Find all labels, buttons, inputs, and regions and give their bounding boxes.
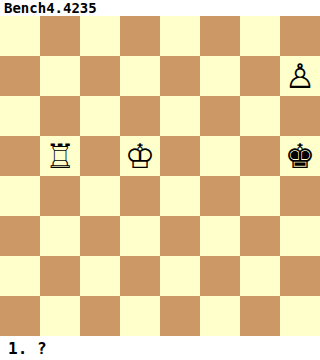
- square-g5[interactable]: [240, 136, 280, 176]
- square-c3[interactable]: [80, 216, 120, 256]
- white-king-piece[interactable]: ♔: [125, 136, 155, 176]
- square-h6[interactable]: [280, 96, 320, 136]
- square-e7[interactable]: [160, 56, 200, 96]
- square-g1[interactable]: [240, 296, 280, 336]
- square-a6[interactable]: [0, 96, 40, 136]
- square-c7[interactable]: [80, 56, 120, 96]
- square-g7[interactable]: [240, 56, 280, 96]
- square-f6[interactable]: [200, 96, 240, 136]
- square-a7[interactable]: [0, 56, 40, 96]
- square-d2[interactable]: [120, 256, 160, 296]
- square-g8[interactable]: [240, 16, 280, 56]
- square-e3[interactable]: [160, 216, 200, 256]
- square-e5[interactable]: [160, 136, 200, 176]
- square-f4[interactable]: [200, 176, 240, 216]
- square-b4[interactable]: [40, 176, 80, 216]
- move-prompt: 1. ?: [0, 336, 320, 360]
- square-c5[interactable]: [80, 136, 120, 176]
- square-a3[interactable]: [0, 216, 40, 256]
- square-c1[interactable]: [80, 296, 120, 336]
- square-e2[interactable]: [160, 256, 200, 296]
- square-f2[interactable]: [200, 256, 240, 296]
- square-d7[interactable]: [120, 56, 160, 96]
- square-a5[interactable]: [0, 136, 40, 176]
- square-c4[interactable]: [80, 176, 120, 216]
- square-b3[interactable]: [40, 216, 80, 256]
- square-c6[interactable]: [80, 96, 120, 136]
- black-king-piece[interactable]: ♚: [285, 136, 315, 176]
- square-e6[interactable]: [160, 96, 200, 136]
- square-b2[interactable]: [40, 256, 80, 296]
- square-b1[interactable]: [40, 296, 80, 336]
- square-h8[interactable]: [280, 16, 320, 56]
- square-d6[interactable]: [120, 96, 160, 136]
- square-g6[interactable]: [240, 96, 280, 136]
- square-e8[interactable]: [160, 16, 200, 56]
- square-a4[interactable]: [0, 176, 40, 216]
- square-g2[interactable]: [240, 256, 280, 296]
- square-d4[interactable]: [120, 176, 160, 216]
- square-d1[interactable]: [120, 296, 160, 336]
- square-f3[interactable]: [200, 216, 240, 256]
- square-b8[interactable]: [40, 16, 80, 56]
- window-title: Bench4.4235: [0, 0, 320, 16]
- chess-app-window: Bench4.4235 ♙♖♔♚ 1. ?: [0, 0, 320, 360]
- square-a1[interactable]: [0, 296, 40, 336]
- chess-board: ♙♖♔♚: [0, 16, 320, 336]
- square-g3[interactable]: [240, 216, 280, 256]
- square-b6[interactable]: [40, 96, 80, 136]
- square-a2[interactable]: [0, 256, 40, 296]
- square-h2[interactable]: [280, 256, 320, 296]
- square-c2[interactable]: [80, 256, 120, 296]
- square-b5[interactable]: ♖: [40, 136, 80, 176]
- square-f7[interactable]: [200, 56, 240, 96]
- square-d5[interactable]: ♔: [120, 136, 160, 176]
- square-f5[interactable]: [200, 136, 240, 176]
- square-c8[interactable]: [80, 16, 120, 56]
- square-e1[interactable]: [160, 296, 200, 336]
- square-h3[interactable]: [280, 216, 320, 256]
- square-d8[interactable]: [120, 16, 160, 56]
- square-g4[interactable]: [240, 176, 280, 216]
- square-e4[interactable]: [160, 176, 200, 216]
- square-a8[interactable]: [0, 16, 40, 56]
- white-pawn-piece[interactable]: ♙: [285, 56, 315, 96]
- square-h5[interactable]: ♚: [280, 136, 320, 176]
- square-h1[interactable]: [280, 296, 320, 336]
- white-rook-piece[interactable]: ♖: [45, 136, 75, 176]
- square-f8[interactable]: [200, 16, 240, 56]
- square-f1[interactable]: [200, 296, 240, 336]
- square-b7[interactable]: [40, 56, 80, 96]
- square-h4[interactable]: [280, 176, 320, 216]
- square-d3[interactable]: [120, 216, 160, 256]
- square-h7[interactable]: ♙: [280, 56, 320, 96]
